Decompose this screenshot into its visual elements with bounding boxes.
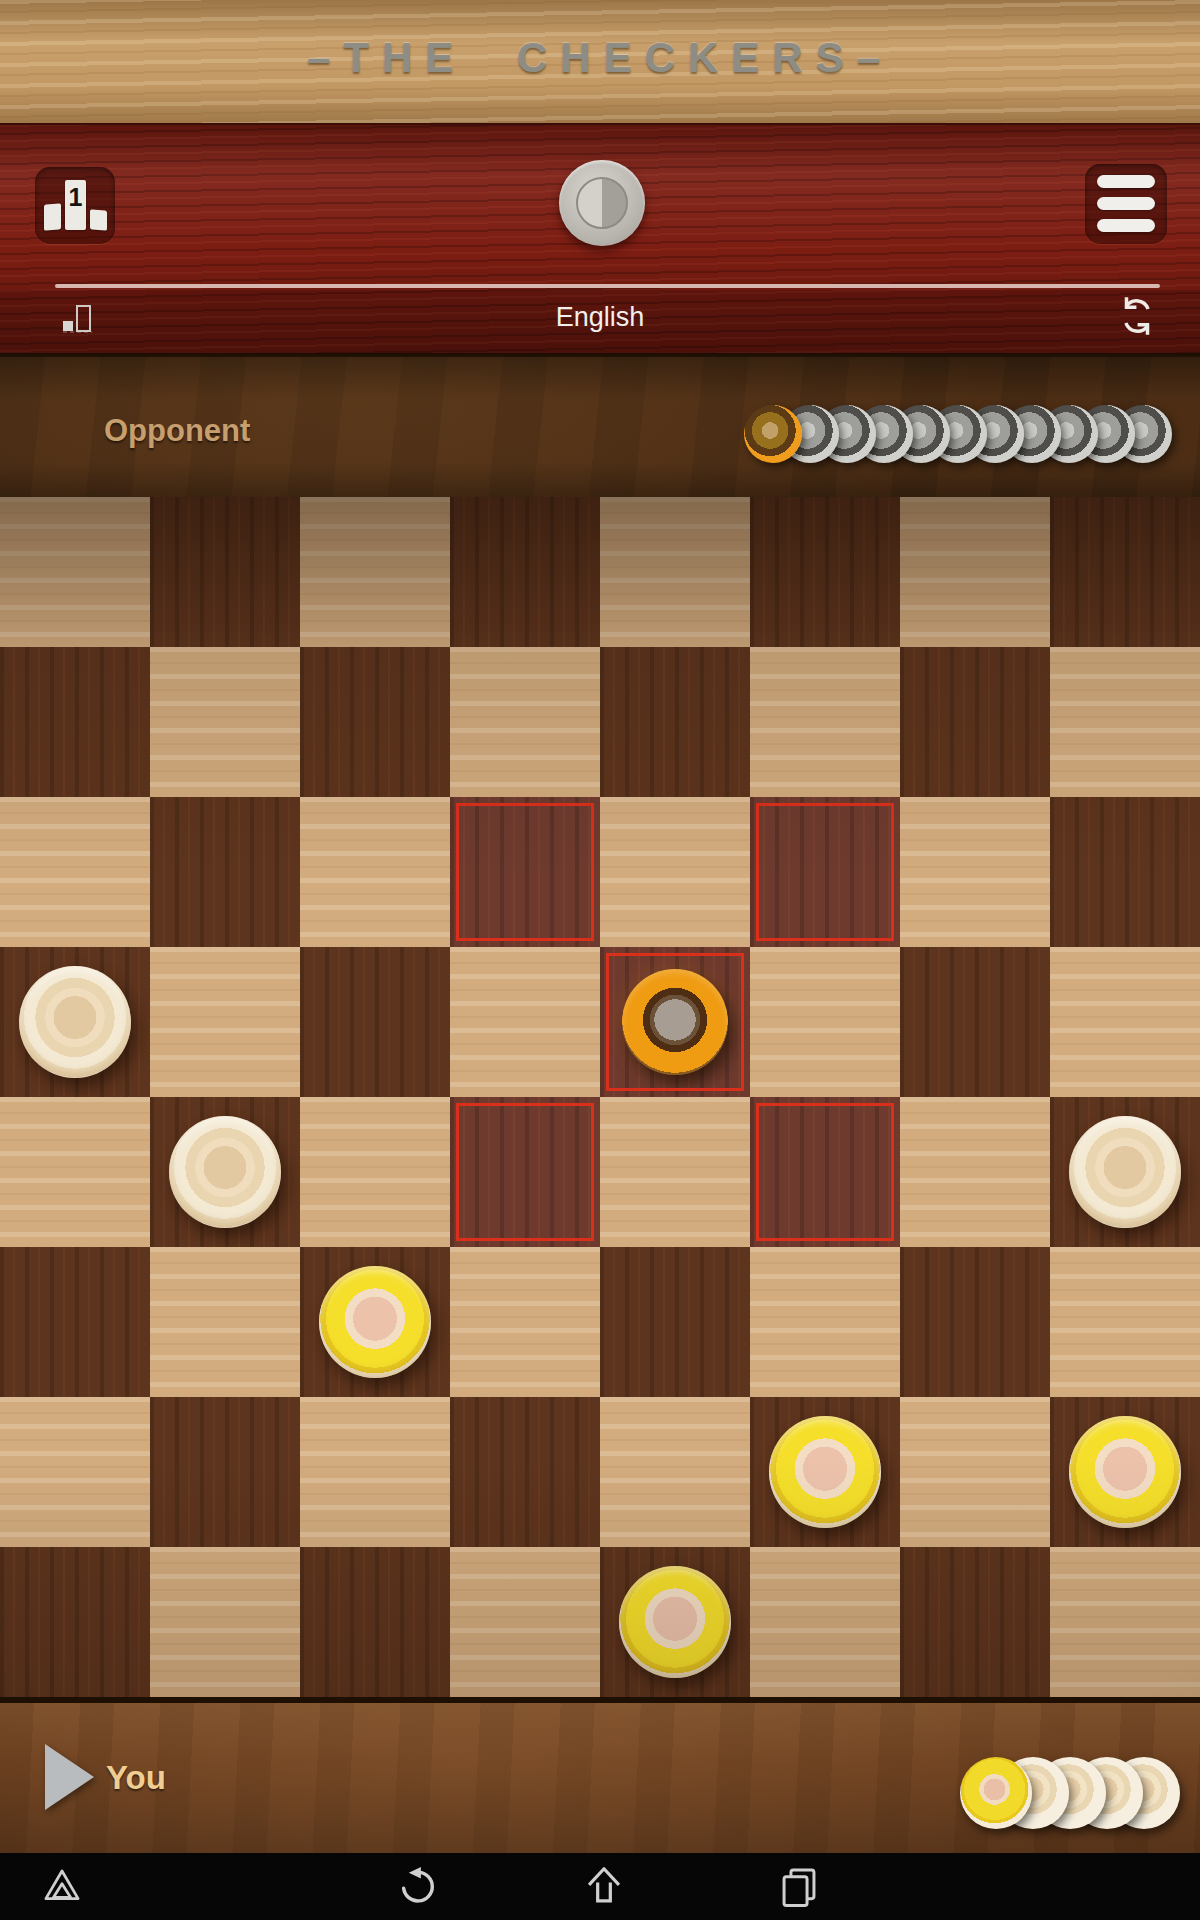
you-panel: You (0, 1697, 1200, 1853)
square-r7c3[interactable] (450, 1547, 600, 1697)
square-r7c0[interactable] (0, 1547, 150, 1697)
square-r4c2[interactable] (300, 1097, 450, 1247)
square-r5c3[interactable] (450, 1247, 600, 1397)
white-king-piece[interactable] (1069, 1416, 1181, 1528)
white-king-piece[interactable] (619, 1566, 731, 1678)
square-r6c4[interactable] (600, 1397, 750, 1547)
square-r2c7[interactable] (1050, 797, 1200, 947)
opponent-label: Opponent (104, 413, 250, 449)
square-r1c2[interactable] (300, 647, 450, 797)
square-r6c5[interactable] (750, 1397, 900, 1547)
back-button[interactable] (391, 1863, 437, 1909)
square-r6c3[interactable] (450, 1397, 600, 1547)
square-r1c7[interactable] (1050, 647, 1200, 797)
square-r7c2[interactable] (300, 1547, 450, 1697)
square-r5c7[interactable] (1050, 1247, 1200, 1397)
square-r2c1[interactable] (150, 797, 300, 947)
square-r1c4[interactable] (600, 647, 750, 797)
square-r7c4[interactable] (600, 1547, 750, 1697)
you-label: You (106, 1759, 166, 1797)
square-r3c1[interactable] (150, 947, 300, 1097)
podium-bar-first: 1 (65, 180, 86, 230)
square-r3c3[interactable] (450, 947, 600, 1097)
home-button[interactable] (581, 1863, 627, 1909)
square-r1c6[interactable] (900, 647, 1050, 797)
square-r4c5[interactable] (750, 1097, 900, 1247)
you-captured-tray (960, 1757, 1180, 1829)
square-r0c4[interactable] (600, 497, 750, 647)
square-r5c6[interactable] (900, 1247, 1050, 1397)
app-screen: –THE CHECKERS– 1 Engli (0, 0, 1200, 1920)
leaderboard-button[interactable]: 1 (35, 167, 115, 244)
square-r0c1[interactable] (150, 497, 300, 647)
square-r7c5[interactable] (750, 1547, 900, 1697)
square-r5c2[interactable] (300, 1247, 450, 1397)
theme-toggle-button[interactable] (559, 160, 645, 246)
home-icon (581, 1863, 627, 1909)
android-navbar (0, 1853, 1200, 1920)
square-r0c5[interactable] (750, 497, 900, 647)
square-r3c0[interactable] (0, 947, 150, 1097)
hamburger-icon (1097, 175, 1155, 241)
square-r0c7[interactable] (1050, 497, 1200, 647)
square-r0c6[interactable] (900, 497, 1050, 647)
sync-icon (1116, 295, 1158, 337)
square-r4c7[interactable] (1050, 1097, 1200, 1247)
square-r1c5[interactable] (750, 647, 900, 797)
square-r6c7[interactable] (1050, 1397, 1200, 1547)
sync-button[interactable] (1116, 295, 1158, 337)
square-r4c1[interactable] (150, 1097, 300, 1247)
checkers-board (0, 497, 1200, 1697)
captured-king (744, 405, 802, 463)
white-man-piece[interactable] (1069, 1116, 1181, 1228)
square-r5c0[interactable] (0, 1247, 150, 1397)
opponent-panel: Opponent (0, 357, 1200, 497)
square-r3c5[interactable] (750, 947, 900, 1097)
recents-button[interactable] (776, 1863, 822, 1909)
square-r4c4[interactable] (600, 1097, 750, 1247)
hide-navbar-button[interactable] (39, 1863, 85, 1909)
turn-indicator-icon (45, 1744, 94, 1810)
square-r5c5[interactable] (750, 1247, 900, 1397)
black-king-piece[interactable] (622, 969, 728, 1075)
square-r0c2[interactable] (300, 497, 450, 647)
square-r0c3[interactable] (450, 497, 600, 647)
captured-king (960, 1757, 1032, 1829)
square-r7c1[interactable] (150, 1547, 300, 1697)
app-header: –THE CHECKERS– (0, 0, 1200, 123)
white-king-piece[interactable] (319, 1266, 431, 1378)
square-r2c2[interactable] (300, 797, 450, 947)
back-icon (391, 1863, 437, 1909)
toolbar: 1 English (0, 123, 1200, 357)
square-r3c6[interactable] (900, 947, 1050, 1097)
square-r4c3[interactable] (450, 1097, 600, 1247)
square-r2c3[interactable] (450, 797, 600, 947)
square-r0c0[interactable] (0, 497, 150, 647)
white-man-piece[interactable] (169, 1116, 281, 1228)
white-king-piece[interactable] (769, 1416, 881, 1528)
square-r4c6[interactable] (900, 1097, 1050, 1247)
square-r1c1[interactable] (150, 647, 300, 797)
square-r4c0[interactable] (0, 1097, 150, 1247)
square-r2c5[interactable] (750, 797, 900, 947)
square-r2c6[interactable] (900, 797, 1050, 947)
square-r2c0[interactable] (0, 797, 150, 947)
square-r1c0[interactable] (0, 647, 150, 797)
contrast-icon (576, 177, 628, 229)
square-r6c1[interactable] (150, 1397, 300, 1547)
menu-button[interactable] (1085, 164, 1167, 244)
white-man-piece[interactable] (19, 966, 131, 1078)
square-r6c0[interactable] (0, 1397, 150, 1547)
square-r6c2[interactable] (300, 1397, 450, 1547)
square-r3c7[interactable] (1050, 947, 1200, 1097)
square-r5c1[interactable] (150, 1247, 300, 1397)
toolbar-divider (55, 284, 1160, 288)
square-r7c7[interactable] (1050, 1547, 1200, 1697)
podium-bar-right (90, 209, 107, 230)
language-label: English (0, 302, 1200, 333)
square-r6c6[interactable] (900, 1397, 1050, 1547)
square-r3c4[interactable] (600, 947, 750, 1097)
square-r3c2[interactable] (300, 947, 450, 1097)
square-r1c3[interactable] (450, 647, 600, 797)
app-title: –THE CHECKERS– (0, 0, 1200, 123)
podium-icon: 1 (35, 167, 115, 244)
hide-triangle-icon (39, 1863, 85, 1909)
square-r7c6[interactable] (900, 1547, 1050, 1697)
recents-icon (776, 1863, 822, 1909)
opponent-captured-tray (744, 405, 1172, 463)
podium-bar-left (44, 203, 61, 230)
square-r2c4[interactable] (600, 797, 750, 947)
square-r5c4[interactable] (600, 1247, 750, 1397)
